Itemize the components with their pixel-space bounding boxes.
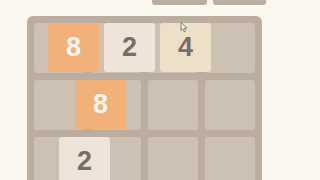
tile-2: 2 (59, 137, 110, 180)
tile-value: 2 (77, 148, 92, 175)
score-box (152, 0, 207, 5)
tile-2: 2 (104, 23, 155, 72)
grid-cell (205, 80, 255, 130)
tile-value: 8 (66, 34, 81, 61)
best-box (213, 0, 266, 5)
tile-value: 4 (178, 34, 193, 61)
grid-cell (148, 137, 198, 180)
tile-8: 8 (75, 80, 126, 129)
grid-cell (205, 23, 255, 73)
grid-cell (148, 80, 198, 130)
game-board[interactable]: 82482 (27, 16, 262, 180)
tile-value: 8 (93, 91, 108, 118)
game-viewport: 82482 (0, 0, 320, 180)
grid-cell (205, 137, 255, 180)
tile-8: 8 (48, 23, 99, 72)
tile-value: 2 (122, 34, 137, 61)
mouse-cursor-icon (180, 22, 188, 33)
